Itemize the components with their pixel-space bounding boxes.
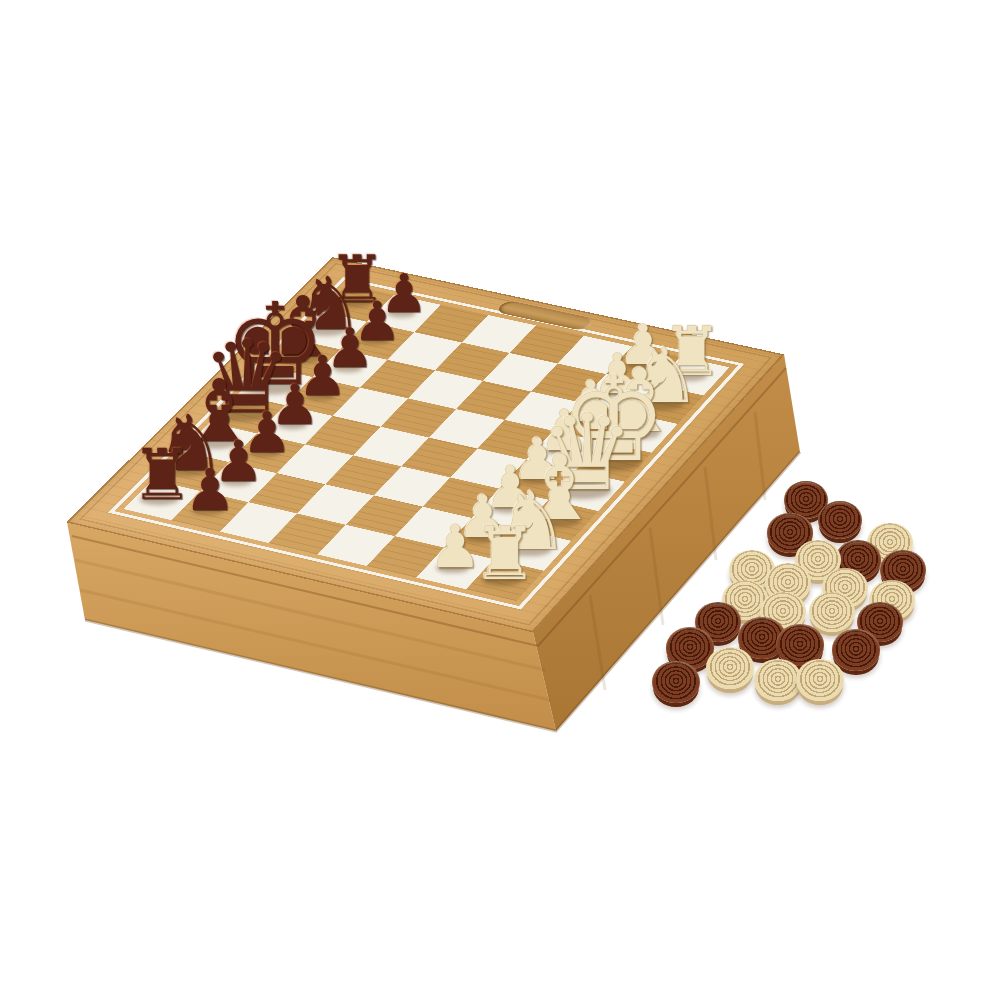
product-photo-stage: { "game": { "name": "Chess and draughts … [0,0,1000,1000]
